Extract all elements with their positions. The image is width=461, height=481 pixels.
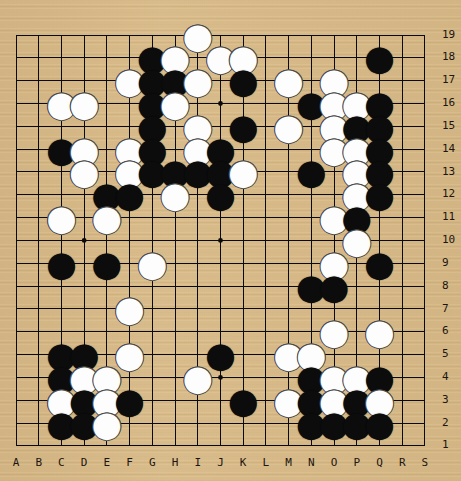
intersection-K19[interactable] [232, 24, 255, 47]
intersection-E4[interactable]: ● [96, 366, 119, 389]
intersection-D7[interactable] [73, 298, 96, 321]
intersection-G16[interactable]: ● [141, 92, 164, 115]
intersection-Q3[interactable]: ● [368, 389, 391, 412]
intersection-N10[interactable] [300, 229, 323, 252]
intersection-D14[interactable]: ● [73, 138, 96, 161]
intersection-H2[interactable] [164, 412, 187, 435]
intersection-R5[interactable] [391, 343, 414, 366]
intersection-O18[interactable] [323, 46, 346, 69]
intersection-F13[interactable]: ● [118, 161, 141, 184]
intersection-M3[interactable]: ● [277, 389, 300, 412]
intersection-J16[interactable] [209, 92, 232, 115]
intersection-H16[interactable]: ● [164, 92, 187, 115]
intersection-Q10[interactable] [368, 229, 391, 252]
intersection-P3[interactable]: ● [345, 389, 368, 412]
intersection-K9[interactable] [232, 252, 255, 275]
intersection-O6[interactable]: ● [323, 320, 346, 343]
intersection-O12[interactable] [323, 183, 346, 206]
intersection-P19[interactable] [345, 24, 368, 47]
intersection-S8[interactable] [414, 275, 437, 298]
intersection-O2[interactable]: ● [323, 412, 346, 435]
intersection-D16[interactable]: ● [73, 92, 96, 115]
intersection-C9[interactable]: ● [50, 252, 73, 275]
intersection-R9[interactable] [391, 252, 414, 275]
intersection-Q19[interactable] [368, 24, 391, 47]
intersection-S1[interactable] [414, 434, 437, 457]
intersection-L8[interactable] [255, 275, 278, 298]
intersection-M17[interactable]: ● [277, 69, 300, 92]
intersection-L13[interactable] [255, 161, 278, 184]
intersection-F14[interactable]: ● [118, 138, 141, 161]
intersection-J13[interactable]: ● [209, 161, 232, 184]
intersection-N4[interactable]: ● [300, 366, 323, 389]
intersection-R7[interactable] [391, 298, 414, 321]
intersection-K3[interactable]: ● [232, 389, 255, 412]
intersection-G4[interactable] [141, 366, 164, 389]
intersection-M5[interactable]: ● [277, 343, 300, 366]
intersection-S17[interactable] [414, 69, 437, 92]
intersection-O17[interactable]: ● [323, 69, 346, 92]
intersection-D1[interactable] [73, 434, 96, 457]
intersection-P17[interactable] [345, 69, 368, 92]
intersection-N3[interactable]: ● [300, 389, 323, 412]
intersection-F2[interactable] [118, 412, 141, 435]
intersection-R17[interactable] [391, 69, 414, 92]
intersection-Q17[interactable] [368, 69, 391, 92]
intersection-B8[interactable] [27, 275, 50, 298]
intersection-D4[interactable]: ● [73, 366, 96, 389]
intersection-H14[interactable] [164, 138, 187, 161]
intersection-F19[interactable] [118, 24, 141, 47]
intersection-Q15[interactable]: ● [368, 115, 391, 138]
intersection-N2[interactable]: ● [300, 412, 323, 435]
intersection-K17[interactable]: ● [232, 69, 255, 92]
intersection-L15[interactable] [255, 115, 278, 138]
intersection-S9[interactable] [414, 252, 437, 275]
intersection-K4[interactable] [232, 366, 255, 389]
intersection-O8[interactable]: ● [323, 275, 346, 298]
intersection-F10[interactable] [118, 229, 141, 252]
intersection-B18[interactable] [27, 46, 50, 69]
intersection-H5[interactable] [164, 343, 187, 366]
intersection-J18[interactable]: ● [209, 46, 232, 69]
intersection-B14[interactable] [27, 138, 50, 161]
intersection-C3[interactable]: ● [50, 389, 73, 412]
intersection-A15[interactable] [5, 115, 28, 138]
intersection-J12[interactable]: ● [209, 183, 232, 206]
intersection-K10[interactable] [232, 229, 255, 252]
intersection-E2[interactable]: ● [96, 412, 119, 435]
intersection-A19[interactable] [5, 24, 28, 47]
intersection-I10[interactable] [186, 229, 209, 252]
intersection-O15[interactable]: ● [323, 115, 346, 138]
intersection-Q18[interactable]: ● [368, 46, 391, 69]
intersection-B10[interactable] [27, 229, 50, 252]
intersection-N14[interactable] [300, 138, 323, 161]
intersection-M8[interactable] [277, 275, 300, 298]
intersection-D11[interactable] [73, 206, 96, 229]
intersection-J6[interactable] [209, 320, 232, 343]
intersection-G7[interactable] [141, 298, 164, 321]
intersection-Q8[interactable] [368, 275, 391, 298]
intersection-N16[interactable]: ● [300, 92, 323, 115]
intersection-G10[interactable] [141, 229, 164, 252]
intersection-B6[interactable] [27, 320, 50, 343]
intersection-L2[interactable] [255, 412, 278, 435]
intersection-F16[interactable] [118, 92, 141, 115]
intersection-G18[interactable]: ● [141, 46, 164, 69]
intersection-F12[interactable]: ● [118, 183, 141, 206]
intersection-J19[interactable] [209, 24, 232, 47]
intersection-Q6[interactable]: ● [368, 320, 391, 343]
intersection-E8[interactable] [96, 275, 119, 298]
intersection-B16[interactable] [27, 92, 50, 115]
intersection-Q16[interactable]: ● [368, 92, 391, 115]
intersection-D18[interactable] [73, 46, 96, 69]
intersection-K16[interactable] [232, 92, 255, 115]
intersection-K14[interactable] [232, 138, 255, 161]
intersection-H19[interactable] [164, 24, 187, 47]
intersection-F8[interactable] [118, 275, 141, 298]
intersection-I4[interactable]: ● [186, 366, 209, 389]
intersection-D12[interactable] [73, 183, 96, 206]
intersection-B5[interactable] [27, 343, 50, 366]
intersection-E19[interactable] [96, 24, 119, 47]
intersection-P5[interactable] [345, 343, 368, 366]
intersection-E16[interactable] [96, 92, 119, 115]
intersection-I7[interactable] [186, 298, 209, 321]
intersection-Q9[interactable]: ● [368, 252, 391, 275]
intersection-R13[interactable] [391, 161, 414, 184]
intersection-R15[interactable] [391, 115, 414, 138]
intersection-P13[interactable]: ● [345, 161, 368, 184]
intersection-A6[interactable] [5, 320, 28, 343]
intersection-P15[interactable]: ● [345, 115, 368, 138]
intersection-S12[interactable] [414, 183, 437, 206]
intersection-L5[interactable] [255, 343, 278, 366]
intersection-F3[interactable]: ● [118, 389, 141, 412]
intersection-A18[interactable] [5, 46, 28, 69]
intersection-E5[interactable] [96, 343, 119, 366]
intersection-Q2[interactable]: ● [368, 412, 391, 435]
intersection-F15[interactable] [118, 115, 141, 138]
intersection-H13[interactable]: ● [164, 161, 187, 184]
intersection-A3[interactable] [5, 389, 28, 412]
intersection-R11[interactable] [391, 206, 414, 229]
intersection-R18[interactable] [391, 46, 414, 69]
intersection-P7[interactable] [345, 298, 368, 321]
intersection-P2[interactable]: ● [345, 412, 368, 435]
intersection-E15[interactable] [96, 115, 119, 138]
intersection-C18[interactable] [50, 46, 73, 69]
intersection-Q14[interactable]: ● [368, 138, 391, 161]
intersection-P14[interactable]: ● [345, 138, 368, 161]
intersection-B13[interactable] [27, 161, 50, 184]
intersection-I18[interactable] [186, 46, 209, 69]
intersection-D6[interactable] [73, 320, 96, 343]
intersection-P10[interactable]: ● [345, 229, 368, 252]
intersection-R14[interactable] [391, 138, 414, 161]
intersection-K13[interactable]: ● [232, 161, 255, 184]
intersection-A14[interactable] [5, 138, 28, 161]
intersection-C14[interactable]: ● [50, 138, 73, 161]
intersection-I6[interactable] [186, 320, 209, 343]
intersection-O16[interactable]: ● [323, 92, 346, 115]
intersection-Q13[interactable]: ● [368, 161, 391, 184]
intersection-I19[interactable]: ● [186, 24, 209, 47]
intersection-O14[interactable]: ● [323, 138, 346, 161]
intersection-O1[interactable] [323, 434, 346, 457]
intersection-J9[interactable] [209, 252, 232, 275]
intersection-C13[interactable] [50, 161, 73, 184]
intersection-M6[interactable] [277, 320, 300, 343]
intersection-E1[interactable] [96, 434, 119, 457]
intersection-Q1[interactable] [368, 434, 391, 457]
intersection-P4[interactable]: ● [345, 366, 368, 389]
intersection-S6[interactable] [414, 320, 437, 343]
intersection-B3[interactable] [27, 389, 50, 412]
intersection-I13[interactable]: ● [186, 161, 209, 184]
intersection-D19[interactable] [73, 24, 96, 47]
intersection-N6[interactable] [300, 320, 323, 343]
intersection-K11[interactable] [232, 206, 255, 229]
intersection-G13[interactable]: ● [141, 161, 164, 184]
intersection-F7[interactable]: ● [118, 298, 141, 321]
intersection-M15[interactable]: ● [277, 115, 300, 138]
intersection-D8[interactable] [73, 275, 96, 298]
intersection-K15[interactable]: ● [232, 115, 255, 138]
intersection-B4[interactable] [27, 366, 50, 389]
intersection-Q7[interactable] [368, 298, 391, 321]
intersection-H6[interactable] [164, 320, 187, 343]
intersection-N18[interactable] [300, 46, 323, 69]
intersection-D9[interactable] [73, 252, 96, 275]
intersection-D3[interactable]: ● [73, 389, 96, 412]
intersection-C7[interactable] [50, 298, 73, 321]
intersection-L19[interactable] [255, 24, 278, 47]
intersection-F18[interactable] [118, 46, 141, 69]
intersection-R8[interactable] [391, 275, 414, 298]
intersection-K2[interactable] [232, 412, 255, 435]
intersection-S11[interactable] [414, 206, 437, 229]
intersection-F11[interactable] [118, 206, 141, 229]
intersection-C5[interactable]: ● [50, 343, 73, 366]
intersection-S10[interactable] [414, 229, 437, 252]
intersection-E17[interactable] [96, 69, 119, 92]
intersection-M12[interactable] [277, 183, 300, 206]
intersection-F1[interactable] [118, 434, 141, 457]
intersection-C4[interactable]: ● [50, 366, 73, 389]
intersection-J8[interactable] [209, 275, 232, 298]
intersection-E14[interactable] [96, 138, 119, 161]
intersection-S15[interactable] [414, 115, 437, 138]
intersection-S4[interactable] [414, 366, 437, 389]
intersection-L11[interactable] [255, 206, 278, 229]
intersection-J14[interactable]: ● [209, 138, 232, 161]
intersection-B17[interactable] [27, 69, 50, 92]
intersection-L1[interactable] [255, 434, 278, 457]
intersection-G14[interactable]: ● [141, 138, 164, 161]
intersection-B9[interactable] [27, 252, 50, 275]
intersection-N15[interactable] [300, 115, 323, 138]
intersection-C6[interactable] [50, 320, 73, 343]
intersection-H9[interactable] [164, 252, 187, 275]
intersection-I16[interactable] [186, 92, 209, 115]
intersection-M11[interactable] [277, 206, 300, 229]
intersection-H1[interactable] [164, 434, 187, 457]
intersection-D17[interactable] [73, 69, 96, 92]
intersection-B12[interactable] [27, 183, 50, 206]
intersection-M10[interactable] [277, 229, 300, 252]
intersection-R6[interactable] [391, 320, 414, 343]
intersection-G2[interactable] [141, 412, 164, 435]
intersection-L4[interactable] [255, 366, 278, 389]
intersection-H10[interactable] [164, 229, 187, 252]
intersection-M1[interactable] [277, 434, 300, 457]
intersection-I1[interactable] [186, 434, 209, 457]
intersection-R12[interactable] [391, 183, 414, 206]
intersection-N5[interactable]: ● [300, 343, 323, 366]
intersection-C19[interactable] [50, 24, 73, 47]
intersection-O13[interactable] [323, 161, 346, 184]
intersection-A13[interactable] [5, 161, 28, 184]
intersection-H11[interactable] [164, 206, 187, 229]
intersection-B19[interactable] [27, 24, 50, 47]
intersection-M18[interactable] [277, 46, 300, 69]
intersection-J11[interactable] [209, 206, 232, 229]
intersection-G3[interactable] [141, 389, 164, 412]
intersection-C15[interactable] [50, 115, 73, 138]
intersection-N17[interactable] [300, 69, 323, 92]
intersection-G5[interactable] [141, 343, 164, 366]
intersection-P18[interactable] [345, 46, 368, 69]
intersection-N12[interactable] [300, 183, 323, 206]
intersection-H8[interactable] [164, 275, 187, 298]
intersection-H7[interactable] [164, 298, 187, 321]
intersection-O9[interactable]: ● [323, 252, 346, 275]
intersection-E12[interactable]: ● [96, 183, 119, 206]
intersection-G12[interactable] [141, 183, 164, 206]
intersection-H3[interactable] [164, 389, 187, 412]
intersection-I9[interactable] [186, 252, 209, 275]
intersection-L7[interactable] [255, 298, 278, 321]
intersection-A16[interactable] [5, 92, 28, 115]
intersection-A9[interactable] [5, 252, 28, 275]
intersection-A7[interactable] [5, 298, 28, 321]
intersection-J10[interactable] [209, 229, 232, 252]
intersection-A8[interactable] [5, 275, 28, 298]
intersection-S16[interactable] [414, 92, 437, 115]
intersection-J5[interactable]: ● [209, 343, 232, 366]
intersection-L16[interactable] [255, 92, 278, 115]
intersection-K5[interactable] [232, 343, 255, 366]
intersection-A1[interactable] [5, 434, 28, 457]
intersection-M14[interactable] [277, 138, 300, 161]
intersection-C8[interactable] [50, 275, 73, 298]
intersection-R2[interactable] [391, 412, 414, 435]
intersection-M13[interactable] [277, 161, 300, 184]
intersection-B1[interactable] [27, 434, 50, 457]
intersection-O4[interactable]: ● [323, 366, 346, 389]
intersection-L9[interactable] [255, 252, 278, 275]
intersection-J15[interactable] [209, 115, 232, 138]
intersection-L17[interactable] [255, 69, 278, 92]
intersection-K18[interactable]: ● [232, 46, 255, 69]
intersection-N8[interactable]: ● [300, 275, 323, 298]
intersection-G19[interactable] [141, 24, 164, 47]
intersection-I12[interactable] [186, 183, 209, 206]
intersection-F4[interactable] [118, 366, 141, 389]
intersection-A17[interactable] [5, 69, 28, 92]
intersection-E7[interactable] [96, 298, 119, 321]
intersection-P11[interactable]: ● [345, 206, 368, 229]
intersection-E3[interactable]: ● [96, 389, 119, 412]
intersection-R1[interactable] [391, 434, 414, 457]
intersection-I2[interactable] [186, 412, 209, 435]
intersection-N13[interactable]: ● [300, 161, 323, 184]
intersection-G17[interactable]: ● [141, 69, 164, 92]
intersection-L18[interactable] [255, 46, 278, 69]
intersection-I15[interactable]: ● [186, 115, 209, 138]
intersection-O10[interactable] [323, 229, 346, 252]
intersection-H15[interactable] [164, 115, 187, 138]
intersection-Q4[interactable]: ● [368, 366, 391, 389]
intersection-S19[interactable] [414, 24, 437, 47]
intersection-N19[interactable] [300, 24, 323, 47]
intersection-J2[interactable] [209, 412, 232, 435]
intersection-S18[interactable] [414, 46, 437, 69]
intersection-E9[interactable]: ● [96, 252, 119, 275]
intersection-C10[interactable] [50, 229, 73, 252]
intersection-A4[interactable] [5, 366, 28, 389]
intersection-P9[interactable] [345, 252, 368, 275]
intersection-G1[interactable] [141, 434, 164, 457]
intersection-Q11[interactable] [368, 206, 391, 229]
intersection-A5[interactable] [5, 343, 28, 366]
intersection-S2[interactable] [414, 412, 437, 435]
intersection-L14[interactable] [255, 138, 278, 161]
intersection-M19[interactable] [277, 24, 300, 47]
intersection-H18[interactable]: ● [164, 46, 187, 69]
intersection-D10[interactable] [73, 229, 96, 252]
intersection-G6[interactable] [141, 320, 164, 343]
intersection-N7[interactable] [300, 298, 323, 321]
intersection-S13[interactable] [414, 161, 437, 184]
intersection-K8[interactable] [232, 275, 255, 298]
intersection-J17[interactable] [209, 69, 232, 92]
intersection-O3[interactable]: ● [323, 389, 346, 412]
intersection-N1[interactable] [300, 434, 323, 457]
intersection-L6[interactable] [255, 320, 278, 343]
intersection-E18[interactable] [96, 46, 119, 69]
intersection-G11[interactable] [141, 206, 164, 229]
intersection-P8[interactable] [345, 275, 368, 298]
intersection-D2[interactable]: ● [73, 412, 96, 435]
intersection-P1[interactable] [345, 434, 368, 457]
intersection-C17[interactable] [50, 69, 73, 92]
intersection-E10[interactable] [96, 229, 119, 252]
intersection-J3[interactable] [209, 389, 232, 412]
intersection-M7[interactable] [277, 298, 300, 321]
intersection-N9[interactable] [300, 252, 323, 275]
intersection-R19[interactable] [391, 24, 414, 47]
intersection-M2[interactable] [277, 412, 300, 435]
intersection-F5[interactable]: ● [118, 343, 141, 366]
intersection-J1[interactable] [209, 434, 232, 457]
intersection-L10[interactable] [255, 229, 278, 252]
intersection-A10[interactable] [5, 229, 28, 252]
intersection-M16[interactable] [277, 92, 300, 115]
